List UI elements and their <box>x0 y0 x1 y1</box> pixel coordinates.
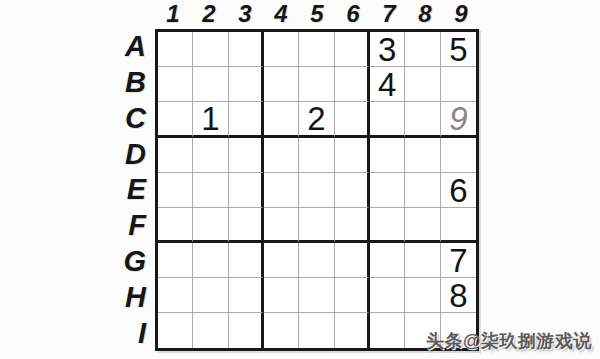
cell-A9[interactable]: 5 <box>441 32 476 67</box>
cell-I7[interactable] <box>370 313 405 348</box>
cell-H5[interactable] <box>299 278 334 313</box>
cell-B6[interactable] <box>335 67 370 102</box>
cell-G2[interactable] <box>193 243 228 278</box>
row-label-E: E <box>92 172 150 208</box>
cell-A7[interactable]: 3 <box>370 32 405 67</box>
cell-A5[interactable] <box>299 32 334 67</box>
cell-C2[interactable]: 1 <box>193 102 228 138</box>
cell-D3[interactable] <box>229 138 264 173</box>
cell-G8[interactable] <box>405 243 440 278</box>
col-label-3: 3 <box>227 0 263 28</box>
cell-H4[interactable] <box>264 278 299 313</box>
cell-I1[interactable] <box>158 313 193 348</box>
cell-E5[interactable] <box>299 173 334 208</box>
cell-H2[interactable] <box>193 278 228 313</box>
row-label-G: G <box>92 244 150 280</box>
cell-E3[interactable] <box>229 173 264 208</box>
cell-G7[interactable] <box>370 243 405 278</box>
cell-E7[interactable] <box>370 173 405 208</box>
row-label-I: I <box>92 315 150 351</box>
cell-C7[interactable] <box>370 102 405 138</box>
col-label-6: 6 <box>335 0 371 28</box>
col-label-5: 5 <box>299 0 335 28</box>
cell-B7[interactable]: 4 <box>370 67 405 102</box>
cell-F6[interactable] <box>335 208 370 243</box>
cell-G1[interactable] <box>158 243 193 278</box>
cell-B2[interactable] <box>193 67 228 102</box>
sudoku-board: 354129678 <box>155 29 479 351</box>
cell-B8[interactable] <box>405 67 440 102</box>
cell-A6[interactable] <box>335 32 370 67</box>
cell-D4[interactable] <box>264 138 299 173</box>
row-label-A: A <box>92 29 150 65</box>
cell-I6[interactable] <box>335 313 370 348</box>
cell-G3[interactable] <box>229 243 264 278</box>
cell-E2[interactable] <box>193 173 228 208</box>
cell-F9[interactable] <box>441 208 476 243</box>
cell-E9[interactable]: 6 <box>441 173 476 208</box>
cell-B3[interactable] <box>229 67 264 102</box>
col-label-2: 2 <box>191 0 227 28</box>
cell-F2[interactable] <box>193 208 228 243</box>
cell-B5[interactable] <box>299 67 334 102</box>
cell-F3[interactable] <box>229 208 264 243</box>
cell-D5[interactable] <box>299 138 334 173</box>
cell-C3[interactable] <box>229 102 264 138</box>
cell-F1[interactable] <box>158 208 193 243</box>
row-labels: ABCDEFGHI <box>92 29 150 351</box>
cell-H8[interactable] <box>405 278 440 313</box>
column-labels: 123456789 <box>155 0 479 28</box>
cell-E8[interactable] <box>405 173 440 208</box>
row-label-B: B <box>92 65 150 101</box>
row-label-H: H <box>92 279 150 315</box>
cell-H9[interactable]: 8 <box>441 278 476 313</box>
cell-I4[interactable] <box>264 313 299 348</box>
cell-D7[interactable] <box>370 138 405 173</box>
cell-G5[interactable] <box>299 243 334 278</box>
cell-B9[interactable] <box>441 67 476 102</box>
sudoku-diagram: 123456789 ABCDEFGHI 354129678 头条@柒玖捌游戏说 <box>0 0 600 359</box>
cell-D1[interactable] <box>158 138 193 173</box>
col-label-7: 7 <box>371 0 407 28</box>
cell-F5[interactable] <box>299 208 334 243</box>
cell-C5[interactable]: 2 <box>299 102 334 138</box>
cell-A4[interactable] <box>264 32 299 67</box>
col-label-4: 4 <box>263 0 299 28</box>
cell-D8[interactable] <box>405 138 440 173</box>
cell-I5[interactable] <box>299 313 334 348</box>
cell-I3[interactable] <box>229 313 264 348</box>
cell-C9[interactable]: 9 <box>441 102 476 138</box>
cell-C1[interactable] <box>158 102 193 138</box>
cell-C4[interactable] <box>264 102 299 138</box>
cell-D6[interactable] <box>335 138 370 173</box>
cell-A2[interactable] <box>193 32 228 67</box>
col-label-9: 9 <box>443 0 479 28</box>
cell-A8[interactable] <box>405 32 440 67</box>
cell-F7[interactable] <box>370 208 405 243</box>
cell-G4[interactable] <box>264 243 299 278</box>
cell-I2[interactable] <box>193 313 228 348</box>
cell-C6[interactable] <box>335 102 370 138</box>
watermark: 头条@柒玖捌游戏说 <box>426 329 592 353</box>
cell-H7[interactable] <box>370 278 405 313</box>
cell-A1[interactable] <box>158 32 193 67</box>
row-label-C: C <box>92 101 150 137</box>
cell-G6[interactable] <box>335 243 370 278</box>
cell-B4[interactable] <box>264 67 299 102</box>
cell-F4[interactable] <box>264 208 299 243</box>
row-label-D: D <box>92 136 150 172</box>
cell-G9[interactable]: 7 <box>441 243 476 278</box>
cell-E6[interactable] <box>335 173 370 208</box>
col-label-8: 8 <box>407 0 443 28</box>
cell-C8[interactable] <box>405 102 440 138</box>
cell-H3[interactable] <box>229 278 264 313</box>
row-label-F: F <box>92 208 150 244</box>
cell-E1[interactable] <box>158 173 193 208</box>
cell-F8[interactable] <box>405 208 440 243</box>
cell-B1[interactable] <box>158 67 193 102</box>
cell-H6[interactable] <box>335 278 370 313</box>
cell-D9[interactable] <box>441 138 476 173</box>
col-label-1: 1 <box>155 0 191 28</box>
cell-A3[interactable] <box>229 32 264 67</box>
cell-H1[interactable] <box>158 278 193 313</box>
cell-D2[interactable] <box>193 138 228 173</box>
cell-E4[interactable] <box>264 173 299 208</box>
